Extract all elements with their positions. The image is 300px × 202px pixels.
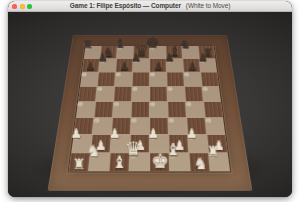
traffic-lights — [12, 1, 32, 11]
board-scene: ♜♞♝♛♚♝♞♜♟♟♟♟♟♟♟♟♟♟♟♟♟♟♟♟♜♞♝♛♚♝♞♜ — [8, 12, 292, 197]
square-e6[interactable] — [150, 73, 155, 77]
square-e7[interactable]: ♟ — [150, 59, 166, 72]
square-g5[interactable] — [185, 87, 203, 101]
close-button[interactable] — [12, 4, 17, 9]
square-h6[interactable] — [201, 73, 219, 87]
square-b4[interactable] — [94, 102, 113, 117]
square-g4[interactable] — [186, 102, 191, 106]
square-b6[interactable] — [98, 73, 115, 87]
chess-board: ♜♞♝♛♚♝♞♜♟♟♟♟♟♟♟♟♟♟♟♟♟♟♟♟♜♞♝♛♚♝♞♜ — [48, 35, 253, 191]
square-b3[interactable] — [94, 118, 100, 123]
window-title-group: Game 1: Filipe Espósito — Computer (Whit… — [8, 3, 292, 10]
square-a6[interactable] — [81, 73, 86, 77]
square-g1[interactable]: ♞ — [189, 153, 209, 171]
white-knight-g1[interactable]: ♞ — [193, 156, 207, 172]
zoom-button[interactable] — [27, 4, 32, 9]
square-d6[interactable] — [133, 73, 150, 87]
square-c2[interactable]: ♟ — [111, 135, 117, 140]
black-pawn-a7[interactable]: ♟ — [85, 60, 95, 71]
board-grid: ♜♞♝♛♚♝♞♜♟♟♟♟♟♟♟♟♟♟♟♟♟♟♟♟♜♞♝♛♚♝♞♜ — [69, 46, 230, 171]
square-h4[interactable] — [204, 102, 223, 117]
white-knight-b1[interactable]: ♞ — [86, 143, 100, 158]
white-king-e1[interactable]: ♚ — [150, 151, 168, 171]
square-b1[interactable]: ♞ — [90, 153, 96, 158]
square-c6[interactable] — [116, 73, 121, 77]
square-e8[interactable]: ♚ — [150, 46, 155, 50]
square-d1[interactable]: ♛ — [130, 153, 136, 158]
board-front-edge — [49, 191, 252, 194]
minimize-button[interactable] — [20, 4, 25, 9]
square-f3[interactable] — [169, 118, 174, 123]
white-pawn-g2[interactable]: ♟ — [185, 127, 197, 140]
window-titlebar[interactable]: Game 1: Filipe Espósito — Computer (Whit… — [8, 1, 292, 12]
window-title: Game 1: Filipe Espósito — Computer — [70, 3, 181, 10]
black-pawn-b7[interactable]: ♟ — [97, 52, 107, 63]
white-bishop-c1[interactable]: ♝ — [111, 154, 126, 171]
black-bishop-c8[interactable]: ♝ — [114, 36, 126, 50]
square-h3[interactable] — [206, 118, 212, 123]
square-e5[interactable] — [150, 87, 167, 101]
square-f6[interactable] — [167, 73, 184, 87]
square-c4[interactable] — [114, 102, 119, 106]
white-pawn-c2[interactable]: ♟ — [108, 127, 120, 140]
square-f1[interactable]: ♝ — [170, 153, 176, 158]
black-rook-a8[interactable]: ♜ — [82, 38, 93, 50]
square-a8[interactable]: ♜ — [85, 46, 90, 50]
square-a2[interactable]: ♟ — [73, 135, 79, 140]
square-g8[interactable]: ♞ — [182, 46, 187, 50]
square-d3[interactable] — [131, 118, 136, 123]
square-d4[interactable] — [131, 102, 149, 117]
turn-status: (White to Move) — [186, 3, 230, 10]
square-h7[interactable]: ♟ — [200, 59, 205, 63]
chess-app-window: Game 1: Filipe Espósito — Computer (Whit… — [8, 1, 292, 197]
black-pawn-f7[interactable]: ♟ — [164, 52, 174, 63]
square-e1[interactable]: ♚ — [150, 153, 169, 171]
square-h5[interactable] — [202, 87, 207, 91]
square-b5[interactable] — [97, 87, 102, 91]
square-b7[interactable]: ♟ — [100, 59, 105, 63]
square-d7[interactable]: ♟ — [133, 59, 138, 63]
square-g7[interactable]: ♟ — [183, 59, 200, 72]
square-f4[interactable] — [168, 102, 186, 117]
square-c5[interactable] — [114, 87, 131, 101]
black-pawn-c7[interactable]: ♟ — [119, 60, 129, 71]
square-a5[interactable] — [78, 87, 96, 101]
square-d5[interactable] — [132, 87, 137, 91]
square-g2[interactable]: ♟ — [188, 135, 194, 140]
black-pawn-h7[interactable]: ♟ — [197, 52, 207, 63]
square-c1[interactable]: ♝ — [109, 153, 129, 171]
game-view: ♜♞♝♛♚♝♞♜♟♟♟♟♟♟♟♟♟♟♟♟♟♟♟♟♜♞♝♛♚♝♞♜ — [8, 12, 292, 197]
black-pawn-d7[interactable]: ♟ — [131, 52, 141, 63]
white-pawn-e2[interactable]: ♟ — [147, 127, 159, 140]
square-e4[interactable] — [150, 102, 155, 106]
square-g6[interactable] — [184, 73, 189, 77]
square-f7[interactable]: ♟ — [167, 59, 172, 63]
black-pawn-e7[interactable]: ♟ — [153, 60, 163, 71]
square-h1[interactable]: ♜ — [209, 153, 215, 158]
white-rook-a1[interactable]: ♜ — [72, 157, 85, 172]
white-pawn-a2[interactable]: ♟ — [70, 127, 82, 140]
square-e2[interactable]: ♟ — [150, 135, 155, 140]
square-f5[interactable] — [167, 87, 172, 91]
black-pawn-g7[interactable]: ♟ — [187, 60, 197, 71]
square-c8[interactable]: ♝ — [117, 46, 122, 50]
square-a4[interactable] — [77, 102, 83, 106]
